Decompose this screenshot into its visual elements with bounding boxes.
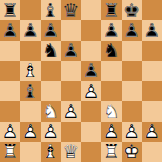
- square-g8[interactable]: ♚♔: [122, 0, 142, 20]
- white-pawn-piece[interactable]: ♟♙: [122, 122, 142, 142]
- black-pawn-piece[interactable]: ♟♙: [81, 61, 101, 81]
- black-pawn-outline-icon: ♙: [122, 20, 142, 40]
- white-pawn-outline-icon: ♙: [61, 101, 81, 121]
- black-king-outline-icon: ♔: [122, 0, 142, 20]
- black-pawn-icon: ♟: [61, 41, 81, 61]
- square-d3[interactable]: ♟♙: [61, 101, 81, 121]
- square-b6[interactable]: [20, 41, 40, 61]
- white-king-icon: ♚: [122, 142, 142, 162]
- square-f8[interactable]: ♜♖: [101, 0, 121, 20]
- square-g7[interactable]: ♟♙: [122, 20, 142, 40]
- black-pawn-icon: ♟: [122, 20, 142, 40]
- square-d5[interactable]: [61, 61, 81, 81]
- black-pawn-piece[interactable]: ♟♙: [61, 41, 81, 61]
- black-pawn-piece[interactable]: ♟♙: [20, 20, 40, 40]
- square-b5[interactable]: ♝♗: [20, 61, 40, 81]
- square-f1[interactable]: ♜♖: [101, 142, 121, 162]
- black-rook-outline-icon: ♖: [0, 0, 20, 20]
- square-c1[interactable]: ♝♗: [41, 142, 61, 162]
- black-rook-piece[interactable]: ♜♖: [101, 0, 121, 20]
- square-a1[interactable]: ♜♖: [0, 142, 20, 162]
- white-queen-icon: ♛: [61, 142, 81, 162]
- white-pawn-outline-icon: ♙: [81, 81, 101, 101]
- black-pawn-outline-icon: ♙: [61, 41, 81, 61]
- black-pawn-outline-icon: ♙: [0, 20, 20, 40]
- white-pawn-outline-icon: ♙: [41, 122, 61, 142]
- square-g6[interactable]: [122, 41, 142, 61]
- black-pawn-piece[interactable]: ♟♙: [41, 20, 61, 40]
- square-g5[interactable]: [122, 61, 142, 81]
- white-knight-piece[interactable]: ♞♘: [101, 101, 121, 121]
- black-rook-icon: ♜: [101, 0, 121, 20]
- square-c4[interactable]: [41, 81, 61, 101]
- square-e3[interactable]: [81, 101, 101, 121]
- square-b4[interactable]: ♝♗: [20, 81, 40, 101]
- black-bishop-outline-icon: ♗: [41, 0, 61, 20]
- white-pawn-icon: ♟: [81, 81, 101, 101]
- white-pawn-piece[interactable]: ♟♙: [20, 122, 40, 142]
- black-pawn-icon: ♟: [0, 20, 20, 40]
- square-a3[interactable]: [0, 101, 20, 121]
- white-rook-outline-icon: ♖: [101, 142, 121, 162]
- square-a5[interactable]: [0, 61, 20, 81]
- black-bishop-icon: ♝: [41, 0, 61, 20]
- square-e4[interactable]: ♟♙: [81, 81, 101, 101]
- black-pawn-icon: ♟: [81, 61, 101, 81]
- white-pawn-piece[interactable]: ♟♙: [101, 122, 121, 142]
- square-f6[interactable]: ♞♘: [101, 41, 121, 61]
- square-e2[interactable]: [81, 122, 101, 142]
- square-b7[interactable]: ♟♙: [20, 20, 40, 40]
- square-f3[interactable]: ♞♘: [101, 101, 121, 121]
- white-knight-piece[interactable]: ♞♘: [41, 101, 61, 121]
- white-queen-outline-icon: ♕: [61, 142, 81, 162]
- black-pawn-outline-icon: ♙: [20, 20, 40, 40]
- square-f4[interactable]: [101, 81, 121, 101]
- black-pawn-outline-icon: ♙: [101, 20, 121, 40]
- white-pawn-icon: ♟: [122, 122, 142, 142]
- white-pawn-icon: ♟: [20, 122, 40, 142]
- square-c5[interactable]: [41, 61, 61, 81]
- white-bishop-piece[interactable]: ♝♗: [41, 142, 61, 162]
- square-d1[interactable]: ♛♕: [61, 142, 81, 162]
- white-rook-icon: ♜: [0, 142, 20, 162]
- white-king-piece[interactable]: ♚♔: [122, 142, 142, 162]
- white-rook-piece[interactable]: ♜♖: [0, 142, 20, 162]
- square-d8[interactable]: ♛♕: [61, 0, 81, 20]
- white-bishop-icon: ♝: [20, 61, 40, 81]
- white-bishop-outline-icon: ♗: [41, 142, 61, 162]
- black-pawn-piece[interactable]: ♟♙: [101, 20, 121, 40]
- square-g2[interactable]: ♟♙: [122, 122, 142, 142]
- black-knight-icon: ♞: [101, 41, 121, 61]
- white-pawn-icon: ♟: [101, 122, 121, 142]
- square-a4[interactable]: [0, 81, 20, 101]
- white-king-outline-icon: ♔: [122, 142, 142, 162]
- white-pawn-piece[interactable]: ♟♙: [81, 81, 101, 101]
- square-a7[interactable]: ♟♙: [0, 20, 20, 40]
- white-bishop-icon: ♝: [41, 142, 61, 162]
- square-f5[interactable]: [101, 61, 121, 81]
- white-knight-icon: ♞: [101, 101, 121, 121]
- black-pawn-outline-icon: ♙: [81, 61, 101, 81]
- black-queen-piece[interactable]: ♛♕: [61, 0, 81, 20]
- white-pawn-outline-icon: ♙: [101, 122, 121, 142]
- black-queen-outline-icon: ♕: [61, 0, 81, 20]
- black-pawn-icon: ♟: [142, 20, 162, 40]
- square-h7[interactable]: ♟♙: [142, 20, 162, 40]
- black-pawn-piece[interactable]: ♟♙: [142, 20, 162, 40]
- square-c3[interactable]: ♞♘: [41, 101, 61, 121]
- white-rook-piece[interactable]: ♜♖: [101, 142, 121, 162]
- square-e7[interactable]: [81, 20, 101, 40]
- chess-board: ♜♖♝♗♛♕♜♖♚♔♟♙♟♙♟♙♟♙♟♙♟♙♞♘♟♙♞♘♝♗♟♙♝♗♟♙♞♘♟♙…: [0, 0, 162, 162]
- black-pawn-icon: ♟: [101, 20, 121, 40]
- black-queen-icon: ♛: [61, 0, 81, 20]
- black-knight-outline-icon: ♘: [101, 41, 121, 61]
- square-c2[interactable]: ♟♙: [41, 122, 61, 142]
- white-pawn-outline-icon: ♙: [142, 122, 162, 142]
- black-rook-icon: ♜: [0, 0, 20, 20]
- white-knight-outline-icon: ♘: [41, 101, 61, 121]
- white-rook-outline-icon: ♖: [0, 142, 20, 162]
- black-pawn-outline-icon: ♙: [41, 20, 61, 40]
- square-c7[interactable]: ♟♙: [41, 20, 61, 40]
- white-pawn-outline-icon: ♙: [20, 122, 40, 142]
- square-c6[interactable]: ♞♘: [41, 41, 61, 61]
- black-pawn-piece[interactable]: ♟♙: [0, 20, 20, 40]
- white-bishop-outline-icon: ♗: [20, 61, 40, 81]
- black-knight-outline-icon: ♘: [41, 41, 61, 61]
- square-h8[interactable]: [142, 0, 162, 20]
- square-e5[interactable]: ♟♙: [81, 61, 101, 81]
- square-g1[interactable]: ♚♔: [122, 142, 142, 162]
- white-pawn-piece[interactable]: ♟♙: [61, 101, 81, 121]
- square-b2[interactable]: ♟♙: [20, 122, 40, 142]
- white-knight-outline-icon: ♘: [101, 101, 121, 121]
- square-b8[interactable]: [20, 0, 40, 20]
- white-pawn-piece[interactable]: ♟♙: [41, 122, 61, 142]
- black-rook-outline-icon: ♖: [101, 0, 121, 20]
- black-knight-piece[interactable]: ♞♘: [41, 41, 61, 61]
- white-bishop-piece[interactable]: ♝♗: [20, 61, 40, 81]
- square-d4[interactable]: [61, 81, 81, 101]
- square-e1[interactable]: [81, 142, 101, 162]
- white-pawn-piece[interactable]: ♟♙: [142, 122, 162, 142]
- square-a6[interactable]: [0, 41, 20, 61]
- square-d2[interactable]: [61, 122, 81, 142]
- square-h4[interactable]: [142, 81, 162, 101]
- white-pawn-icon: ♟: [61, 101, 81, 121]
- black-pawn-piece[interactable]: ♟♙: [122, 20, 142, 40]
- black-rook-piece[interactable]: ♜♖: [0, 0, 20, 20]
- white-pawn-outline-icon: ♙: [0, 122, 20, 142]
- white-knight-icon: ♞: [41, 101, 61, 121]
- square-b3[interactable]: [20, 101, 40, 121]
- square-h6[interactable]: [142, 41, 162, 61]
- black-bishop-icon: ♝: [20, 81, 40, 101]
- black-bishop-piece[interactable]: ♝♗: [41, 0, 61, 20]
- black-bishop-outline-icon: ♗: [20, 81, 40, 101]
- white-pawn-icon: ♟: [142, 122, 162, 142]
- square-e6[interactable]: [81, 41, 101, 61]
- black-pawn-outline-icon: ♙: [142, 20, 162, 40]
- square-g3[interactable]: [122, 101, 142, 121]
- square-f7[interactable]: ♟♙: [101, 20, 121, 40]
- black-knight-icon: ♞: [41, 41, 61, 61]
- square-e8[interactable]: [81, 0, 101, 20]
- black-pawn-icon: ♟: [20, 20, 40, 40]
- square-a8[interactable]: ♜♖: [0, 0, 20, 20]
- white-pawn-icon: ♟: [41, 122, 61, 142]
- black-knight-piece[interactable]: ♞♘: [101, 41, 121, 61]
- white-pawn-icon: ♟: [0, 122, 20, 142]
- square-b1[interactable]: [20, 142, 40, 162]
- square-c8[interactable]: ♝♗: [41, 0, 61, 20]
- white-pawn-piece[interactable]: ♟♙: [0, 122, 20, 142]
- square-h1[interactable]: [142, 142, 162, 162]
- black-king-icon: ♚: [122, 0, 142, 20]
- square-f2[interactable]: ♟♙: [101, 122, 121, 142]
- square-d7[interactable]: [61, 20, 81, 40]
- black-pawn-icon: ♟: [41, 20, 61, 40]
- black-bishop-piece[interactable]: ♝♗: [20, 81, 40, 101]
- white-pawn-outline-icon: ♙: [122, 122, 142, 142]
- square-h5[interactable]: [142, 61, 162, 81]
- square-g4[interactable]: [122, 81, 142, 101]
- square-d6[interactable]: ♟♙: [61, 41, 81, 61]
- white-rook-icon: ♜: [101, 142, 121, 162]
- black-king-piece[interactable]: ♚♔: [122, 0, 142, 20]
- square-h2[interactable]: ♟♙: [142, 122, 162, 142]
- white-queen-piece[interactable]: ♛♕: [61, 142, 81, 162]
- square-h3[interactable]: [142, 101, 162, 121]
- square-a2[interactable]: ♟♙: [0, 122, 20, 142]
